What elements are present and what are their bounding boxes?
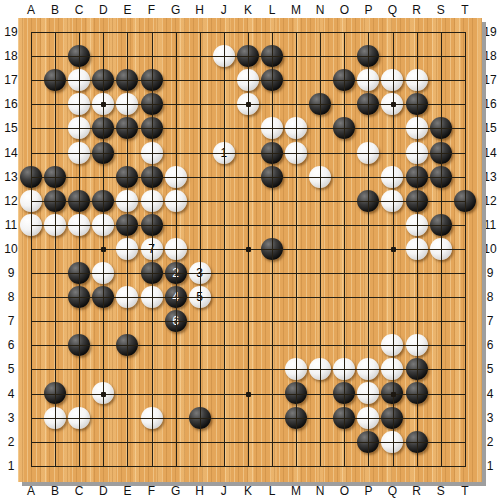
grid-line-vertical-R — [417, 32, 418, 467]
row-label-right-6: 6 — [487, 339, 494, 351]
column-label-top-G: G — [171, 4, 180, 16]
row-label-right-17: 17 — [483, 74, 496, 86]
grid-line-vertical-M — [296, 32, 297, 467]
row-label-left-10: 10 — [4, 243, 17, 255]
grid-line-vertical-L — [272, 32, 273, 467]
column-label-bottom-C: C — [75, 485, 84, 497]
column-label-bottom-L: L — [269, 485, 276, 497]
hoshi-D16 — [101, 102, 106, 107]
column-label-bottom-J: J — [221, 485, 227, 497]
column-label-top-K: K — [244, 4, 252, 16]
row-label-left-14: 14 — [4, 147, 17, 159]
column-label-top-B: B — [51, 4, 59, 16]
grid-line-vertical-S — [441, 32, 442, 467]
grid-line-horizontal-6 — [31, 345, 466, 346]
hoshi-Q10 — [391, 247, 396, 252]
row-label-right-2: 2 — [487, 436, 494, 448]
column-label-bottom-G: G — [171, 485, 180, 497]
grid-line-horizontal-8 — [31, 297, 466, 298]
row-label-left-15: 15 — [4, 122, 17, 134]
grid-line-vertical-T — [465, 32, 466, 467]
column-label-bottom-R: R — [412, 485, 421, 497]
column-label-bottom-M: M — [291, 485, 301, 497]
go-board-screenshot: ABCDEFGHJKLMNOPQRST ABCDEFGHJKLMNOPQRST … — [0, 0, 500, 500]
grid-line-vertical-N — [320, 32, 321, 467]
row-label-right-4: 4 — [487, 388, 494, 400]
hoshi-K10 — [246, 247, 251, 252]
row-label-right-10: 10 — [483, 243, 496, 255]
column-label-top-P: P — [364, 4, 372, 16]
row-label-left-6: 6 — [8, 339, 15, 351]
row-label-left-19: 19 — [4, 26, 17, 38]
row-label-left-18: 18 — [4, 50, 17, 62]
row-label-right-15: 15 — [483, 122, 496, 134]
hoshi-D4 — [101, 392, 106, 397]
grid-line-horizontal-2 — [31, 442, 466, 443]
row-label-right-9: 9 — [487, 267, 494, 279]
column-label-bottom-H: H — [195, 485, 204, 497]
row-label-left-7: 7 — [8, 315, 15, 327]
column-label-top-J: J — [221, 4, 227, 16]
column-label-bottom-D: D — [99, 485, 108, 497]
column-label-bottom-T: T — [461, 485, 468, 497]
column-label-top-T: T — [461, 4, 468, 16]
grid-line-horizontal-5 — [31, 369, 466, 370]
grid-line-horizontal-9 — [31, 273, 466, 274]
grid-line-vertical-O — [344, 32, 345, 467]
row-label-right-1: 1 — [487, 460, 494, 472]
column-label-top-O: O — [340, 4, 349, 16]
row-label-right-12: 12 — [483, 195, 496, 207]
row-label-left-11: 11 — [5, 219, 17, 231]
column-label-top-M: M — [291, 4, 301, 16]
goban[interactable]: 1723456 — [18, 18, 482, 482]
column-label-top-D: D — [99, 4, 108, 16]
row-label-right-14: 14 — [483, 147, 496, 159]
column-label-top-F: F — [148, 4, 155, 16]
row-label-left-8: 8 — [8, 291, 15, 303]
column-label-bottom-K: K — [244, 485, 252, 497]
grid-line-horizontal-7 — [31, 321, 466, 322]
row-label-right-3: 3 — [487, 412, 494, 424]
column-label-bottom-Q: Q — [388, 485, 397, 497]
row-label-right-13: 13 — [483, 171, 496, 183]
column-label-bottom-P: P — [364, 485, 372, 497]
column-label-top-R: R — [412, 4, 421, 16]
row-label-left-9: 9 — [8, 267, 15, 279]
grid-line-horizontal-3 — [31, 418, 466, 419]
column-label-bottom-N: N — [316, 485, 325, 497]
row-label-right-16: 16 — [483, 98, 496, 110]
grid-line-vertical-P — [368, 32, 369, 467]
row-label-right-8: 8 — [487, 291, 494, 303]
column-label-bottom-A: A — [27, 485, 35, 497]
row-label-left-17: 17 — [4, 74, 17, 86]
row-label-right-11: 11 — [484, 219, 496, 231]
row-label-left-12: 12 — [4, 195, 17, 207]
column-label-bottom-B: B — [51, 485, 59, 497]
row-label-left-13: 13 — [4, 171, 17, 183]
row-label-left-3: 3 — [8, 412, 15, 424]
row-label-right-19: 19 — [483, 26, 496, 38]
row-label-left-1: 1 — [8, 460, 15, 472]
column-label-top-E: E — [123, 4, 131, 16]
column-label-bottom-F: F — [148, 485, 155, 497]
column-label-top-C: C — [75, 4, 84, 16]
row-label-right-18: 18 — [483, 50, 496, 62]
column-label-top-A: A — [27, 4, 35, 16]
column-label-bottom-O: O — [340, 485, 349, 497]
grid-line-horizontal-1 — [31, 466, 466, 467]
column-label-top-Q: Q — [388, 4, 397, 16]
row-label-right-5: 5 — [487, 363, 494, 375]
column-label-top-H: H — [195, 4, 204, 16]
row-label-left-5: 5 — [8, 363, 15, 375]
column-label-bottom-S: S — [437, 485, 445, 497]
hoshi-K4 — [246, 392, 251, 397]
row-label-left-4: 4 — [8, 388, 15, 400]
hoshi-D10 — [101, 247, 106, 252]
column-label-bottom-E: E — [123, 485, 131, 497]
row-label-left-16: 16 — [4, 98, 17, 110]
hoshi-Q4 — [391, 392, 396, 397]
hoshi-K16 — [246, 102, 251, 107]
row-label-left-2: 2 — [8, 436, 15, 448]
column-label-top-S: S — [437, 4, 445, 16]
row-label-right-7: 7 — [487, 315, 494, 327]
column-label-top-L: L — [269, 4, 276, 16]
column-label-top-N: N — [316, 4, 325, 16]
hoshi-Q16 — [391, 102, 396, 107]
